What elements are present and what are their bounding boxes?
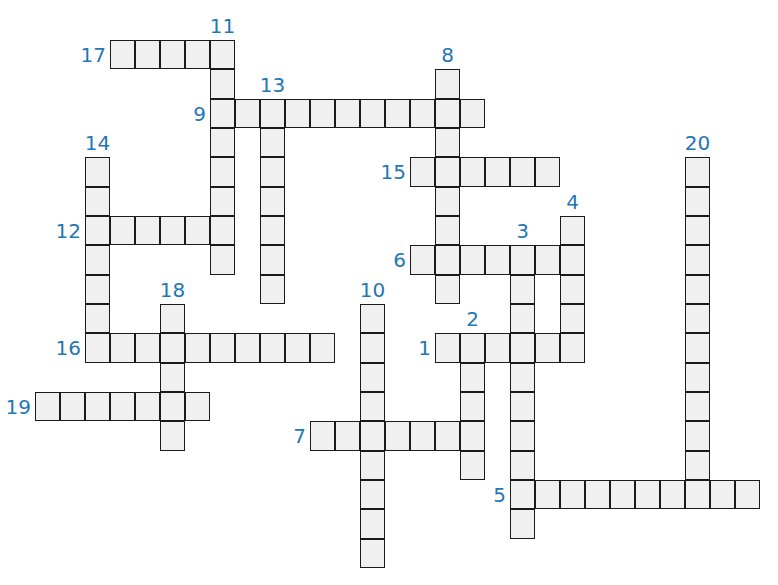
- crossword-cell[interactable]: [560, 216, 585, 245]
- clue-number-11-down: 11: [193, 14, 253, 38]
- clue-number-18-down: 18: [143, 278, 203, 302]
- crossword-cell[interactable]: [460, 99, 485, 128]
- crossword-cell[interactable]: [585, 480, 610, 509]
- crossword-cell[interactable]: [260, 157, 285, 186]
- crossword-cell[interactable]: [185, 216, 210, 245]
- crossword-cell[interactable]: [135, 40, 160, 69]
- crossword-cell[interactable]: [510, 451, 535, 480]
- crossword-cell[interactable]: [360, 392, 385, 421]
- crossword-cell[interactable]: [85, 275, 110, 304]
- crossword-cell[interactable]: [260, 245, 285, 274]
- clue-number-16-across: 16: [25, 334, 81, 363]
- clue-number-17-across: 17: [50, 41, 106, 70]
- crossword-cell[interactable]: [410, 245, 435, 274]
- crossword-cell[interactable]: [510, 421, 535, 450]
- clue-number-6-across: 6: [350, 246, 406, 275]
- crossword-cell[interactable]: [560, 245, 585, 274]
- crossword-cell[interactable]: [510, 509, 535, 538]
- crossword-cell[interactable]: [210, 157, 235, 186]
- crossword-cell[interactable]: [460, 157, 485, 186]
- crossword-diagram: 1234567891011121314151617181920: [0, 0, 778, 585]
- crossword-cell[interactable]: [410, 99, 435, 128]
- crossword-cell[interactable]: [260, 128, 285, 157]
- crossword-cell[interactable]: [435, 275, 460, 304]
- crossword-cell[interactable]: [160, 40, 185, 69]
- crossword-cell[interactable]: [210, 333, 235, 362]
- crossword-cell[interactable]: [460, 245, 485, 274]
- crossword-cell[interactable]: [160, 363, 185, 392]
- crossword-cell[interactable]: [235, 333, 260, 362]
- crossword-cell[interactable]: [485, 245, 510, 274]
- crossword-cell[interactable]: [210, 187, 235, 216]
- crossword-cell[interactable]: [310, 99, 335, 128]
- crossword-cell[interactable]: [235, 99, 260, 128]
- crossword-cell[interactable]: [260, 99, 285, 128]
- crossword-cell[interactable]: [360, 333, 385, 362]
- crossword-cell[interactable]: [285, 333, 310, 362]
- crossword-cell[interactable]: [185, 392, 210, 421]
- crossword-cell[interactable]: [360, 304, 385, 333]
- crossword-cell[interactable]: [160, 392, 185, 421]
- crossword-cell[interactable]: [685, 421, 710, 450]
- clue-number-7-across: 7: [250, 422, 306, 451]
- crossword-cell[interactable]: [485, 157, 510, 186]
- crossword-cell[interactable]: [685, 480, 710, 509]
- crossword-cell[interactable]: [410, 421, 435, 450]
- crossword-cell[interactable]: [185, 333, 210, 362]
- crossword-cell[interactable]: [135, 216, 160, 245]
- crossword-cell[interactable]: [535, 333, 560, 362]
- crossword-cell[interactable]: [160, 216, 185, 245]
- crossword-cell[interactable]: [460, 363, 485, 392]
- crossword-cell[interactable]: [510, 363, 535, 392]
- crossword-cell[interactable]: [635, 480, 660, 509]
- crossword-cell[interactable]: [460, 392, 485, 421]
- crossword-cell[interactable]: [435, 333, 460, 362]
- crossword-cell[interactable]: [485, 333, 510, 362]
- crossword-cell[interactable]: [360, 99, 385, 128]
- crossword-cell[interactable]: [210, 69, 235, 98]
- crossword-cell[interactable]: [135, 333, 160, 362]
- crossword-cell[interactable]: [435, 216, 460, 245]
- crossword-cell[interactable]: [610, 480, 635, 509]
- crossword-cell[interactable]: [210, 40, 235, 69]
- crossword-cell[interactable]: [685, 333, 710, 362]
- crossword-cell[interactable]: [360, 509, 385, 538]
- clue-number-4-down: 4: [543, 190, 603, 214]
- crossword-cell[interactable]: [685, 187, 710, 216]
- crossword-cell[interactable]: [460, 333, 485, 362]
- crossword-cell[interactable]: [510, 392, 535, 421]
- crossword-cell[interactable]: [685, 216, 710, 245]
- crossword-cell[interactable]: [110, 216, 135, 245]
- crossword-cell[interactable]: [360, 421, 385, 450]
- crossword-cell[interactable]: [85, 245, 110, 274]
- crossword-cell[interactable]: [510, 245, 535, 274]
- crossword-cell[interactable]: [85, 187, 110, 216]
- crossword-cell[interactable]: [60, 392, 85, 421]
- crossword-cell[interactable]: [85, 392, 110, 421]
- clue-number-12-across: 12: [25, 217, 81, 246]
- crossword-cell[interactable]: [160, 304, 185, 333]
- clue-number-3-down: 3: [493, 219, 553, 243]
- crossword-cell[interactable]: [360, 480, 385, 509]
- crossword-cell[interactable]: [735, 480, 760, 509]
- crossword-cell[interactable]: [435, 421, 460, 450]
- crossword-cell[interactable]: [685, 245, 710, 274]
- crossword-cell[interactable]: [435, 128, 460, 157]
- crossword-cell[interactable]: [560, 275, 585, 304]
- crossword-cell[interactable]: [535, 245, 560, 274]
- crossword-cell[interactable]: [260, 275, 285, 304]
- crossword-cell[interactable]: [535, 157, 560, 186]
- crossword-cell[interactable]: [110, 392, 135, 421]
- clue-number-8-down: 8: [418, 43, 478, 67]
- crossword-cell[interactable]: [435, 187, 460, 216]
- crossword-cell[interactable]: [160, 421, 185, 450]
- crossword-cell[interactable]: [435, 157, 460, 186]
- crossword-cell[interactable]: [335, 99, 360, 128]
- crossword-cell[interactable]: [435, 99, 460, 128]
- crossword-cell[interactable]: [35, 392, 60, 421]
- crossword-cell[interactable]: [260, 216, 285, 245]
- crossword-cell[interactable]: [560, 333, 585, 362]
- crossword-cell[interactable]: [660, 480, 685, 509]
- crossword-cell[interactable]: [260, 333, 285, 362]
- crossword-cell[interactable]: [360, 363, 385, 392]
- crossword-cell[interactable]: [210, 99, 235, 128]
- crossword-cell[interactable]: [360, 451, 385, 480]
- crossword-cell[interactable]: [210, 245, 235, 274]
- crossword-cell[interactable]: [685, 363, 710, 392]
- crossword-cell[interactable]: [310, 333, 335, 362]
- clue-number-9-across: 9: [150, 100, 206, 129]
- clue-number-2-down: 2: [443, 307, 503, 331]
- crossword-cell[interactable]: [85, 216, 110, 245]
- crossword-cell[interactable]: [210, 128, 235, 157]
- crossword-cell[interactable]: [685, 304, 710, 333]
- crossword-cell[interactable]: [85, 304, 110, 333]
- crossword-cell[interactable]: [260, 187, 285, 216]
- crossword-cell[interactable]: [460, 451, 485, 480]
- clue-number-19-across: 19: [0, 393, 31, 422]
- crossword-cell[interactable]: [135, 392, 160, 421]
- clue-number-20-down: 20: [668, 131, 728, 155]
- crossword-cell[interactable]: [560, 304, 585, 333]
- crossword-cell[interactable]: [185, 40, 210, 69]
- crossword-cell[interactable]: [360, 539, 385, 568]
- crossword-cell[interactable]: [685, 392, 710, 421]
- crossword-cell[interactable]: [460, 421, 485, 450]
- crossword-cell[interactable]: [210, 216, 235, 245]
- crossword-cell[interactable]: [85, 157, 110, 186]
- crossword-cell[interactable]: [510, 157, 535, 186]
- crossword-cell[interactable]: [85, 333, 110, 362]
- crossword-cell[interactable]: [435, 69, 460, 98]
- crossword-cell[interactable]: [385, 421, 410, 450]
- crossword-cell[interactable]: [310, 421, 335, 450]
- clue-number-13-down: 13: [243, 73, 303, 97]
- crossword-cell[interactable]: [535, 480, 560, 509]
- clue-number-15-across: 15: [350, 158, 406, 187]
- crossword-cell[interactable]: [110, 40, 135, 69]
- crossword-cell[interactable]: [510, 304, 535, 333]
- clue-number-5-across: 5: [450, 481, 506, 510]
- crossword-cell[interactable]: [685, 275, 710, 304]
- crossword-cell[interactable]: [510, 275, 535, 304]
- crossword-board: 1234567891011121314151617181920: [0, 0, 778, 585]
- crossword-cell[interactable]: [435, 245, 460, 274]
- clue-number-10-down: 10: [343, 278, 403, 302]
- crossword-cell[interactable]: [285, 99, 310, 128]
- crossword-cell[interactable]: [160, 333, 185, 362]
- crossword-cell[interactable]: [410, 157, 435, 186]
- clue-number-14-down: 14: [68, 131, 128, 155]
- crossword-cell[interactable]: [510, 333, 535, 362]
- crossword-cell[interactable]: [685, 157, 710, 186]
- crossword-cell[interactable]: [685, 451, 710, 480]
- crossword-cell[interactable]: [560, 480, 585, 509]
- crossword-cell[interactable]: [710, 480, 735, 509]
- crossword-cell[interactable]: [335, 421, 360, 450]
- crossword-cell[interactable]: [110, 333, 135, 362]
- crossword-cell[interactable]: [385, 99, 410, 128]
- crossword-cell[interactable]: [510, 480, 535, 509]
